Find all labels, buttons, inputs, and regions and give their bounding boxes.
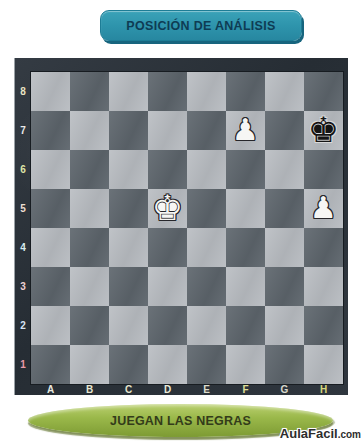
square-h4 xyxy=(304,228,343,267)
square-d7 xyxy=(148,111,187,150)
square-a7 xyxy=(31,111,70,150)
square-d2 xyxy=(148,306,187,345)
square-d8 xyxy=(148,72,187,111)
square-c7 xyxy=(109,111,148,150)
rank-label-2: 2 xyxy=(15,306,31,345)
square-h5: ♟ xyxy=(304,189,343,228)
square-c6 xyxy=(109,150,148,189)
square-g8 xyxy=(265,72,304,111)
rank-label-4: 4 xyxy=(15,228,31,267)
square-d5: ♚ xyxy=(148,189,187,228)
square-e1 xyxy=(187,345,226,384)
square-h2 xyxy=(304,306,343,345)
rank-labels: 87654321 xyxy=(15,72,31,384)
square-b8 xyxy=(70,72,109,111)
square-d6 xyxy=(148,150,187,189)
square-g6 xyxy=(265,150,304,189)
rank-label-7: 7 xyxy=(15,111,31,150)
square-f4 xyxy=(226,228,265,267)
file-label-f: F xyxy=(226,384,265,395)
square-g5 xyxy=(265,189,304,228)
square-c4 xyxy=(109,228,148,267)
square-a2 xyxy=(31,306,70,345)
file-label-g: G xyxy=(265,384,304,395)
turn-banner-label: JUEGAN LAS NEGRAS xyxy=(110,414,251,428)
brand-name: AulaFacil xyxy=(280,426,338,441)
square-f3 xyxy=(226,267,265,306)
square-h6 xyxy=(304,150,343,189)
square-b4 xyxy=(70,228,109,267)
square-a8 xyxy=(31,72,70,111)
piece-black-king-h7: ♚ xyxy=(308,110,339,150)
square-f2 xyxy=(226,306,265,345)
square-f5 xyxy=(226,189,265,228)
square-d4 xyxy=(148,228,187,267)
rank-label-1: 1 xyxy=(15,345,31,384)
rank-label-3: 3 xyxy=(15,267,31,306)
page: POSICIÓN DE ANÁLISIS 87654321 ♟♚♚♟ ABCDE… xyxy=(0,0,362,444)
square-h8 xyxy=(304,72,343,111)
square-d1 xyxy=(148,345,187,384)
square-f1 xyxy=(226,345,265,384)
square-h3 xyxy=(304,267,343,306)
square-a1 xyxy=(31,345,70,384)
file-labels: ABCDEFGH xyxy=(31,384,343,395)
square-f6 xyxy=(226,150,265,189)
square-c1 xyxy=(109,345,148,384)
square-f8 xyxy=(226,72,265,111)
square-c8 xyxy=(109,72,148,111)
square-e2 xyxy=(187,306,226,345)
square-a4 xyxy=(31,228,70,267)
square-g1 xyxy=(265,345,304,384)
title-banner-label: POSICIÓN DE ANÁLISIS xyxy=(126,19,275,33)
square-h1 xyxy=(304,345,343,384)
file-label-a: A xyxy=(31,384,70,395)
piece-white-pawn-h5: ♟ xyxy=(310,190,337,225)
square-b2 xyxy=(70,306,109,345)
rank-label-5: 5 xyxy=(15,189,31,228)
square-e6 xyxy=(187,150,226,189)
square-h7: ♚ xyxy=(304,111,343,150)
square-g3 xyxy=(265,267,304,306)
file-label-d: D xyxy=(148,384,187,395)
brand-suffix: .com xyxy=(338,429,361,440)
square-a6 xyxy=(31,150,70,189)
square-e8 xyxy=(187,72,226,111)
square-e7 xyxy=(187,111,226,150)
square-g2 xyxy=(265,306,304,345)
square-b3 xyxy=(70,267,109,306)
chess-board-frame: 87654321 ♟♚♚♟ ABCDEFGH xyxy=(14,58,348,395)
square-c5 xyxy=(109,189,148,228)
square-e3 xyxy=(187,267,226,306)
square-f7: ♟ xyxy=(226,111,265,150)
file-label-h: H xyxy=(304,384,343,395)
square-a5 xyxy=(31,189,70,228)
square-c3 xyxy=(109,267,148,306)
square-a3 xyxy=(31,267,70,306)
title-banner: POSICIÓN DE ANÁLISIS xyxy=(100,10,302,41)
square-b1 xyxy=(70,345,109,384)
file-label-e: E xyxy=(187,384,226,395)
square-e4 xyxy=(187,228,226,267)
rank-label-8: 8 xyxy=(15,72,31,111)
square-g7 xyxy=(265,111,304,150)
square-b6 xyxy=(70,150,109,189)
file-label-b: B xyxy=(70,384,109,395)
board-squares: ♟♚♚♟ xyxy=(31,72,343,384)
square-e5 xyxy=(187,189,226,228)
square-c2 xyxy=(109,306,148,345)
rank-label-6: 6 xyxy=(15,150,31,189)
brand-watermark: AulaFacil.com xyxy=(280,426,361,441)
file-label-c: C xyxy=(109,384,148,395)
square-b7 xyxy=(70,111,109,150)
piece-white-pawn-f7: ♟ xyxy=(232,112,259,147)
square-b5 xyxy=(70,189,109,228)
piece-white-king-d5: ♚ xyxy=(152,188,183,228)
square-g4 xyxy=(265,228,304,267)
square-d3 xyxy=(148,267,187,306)
